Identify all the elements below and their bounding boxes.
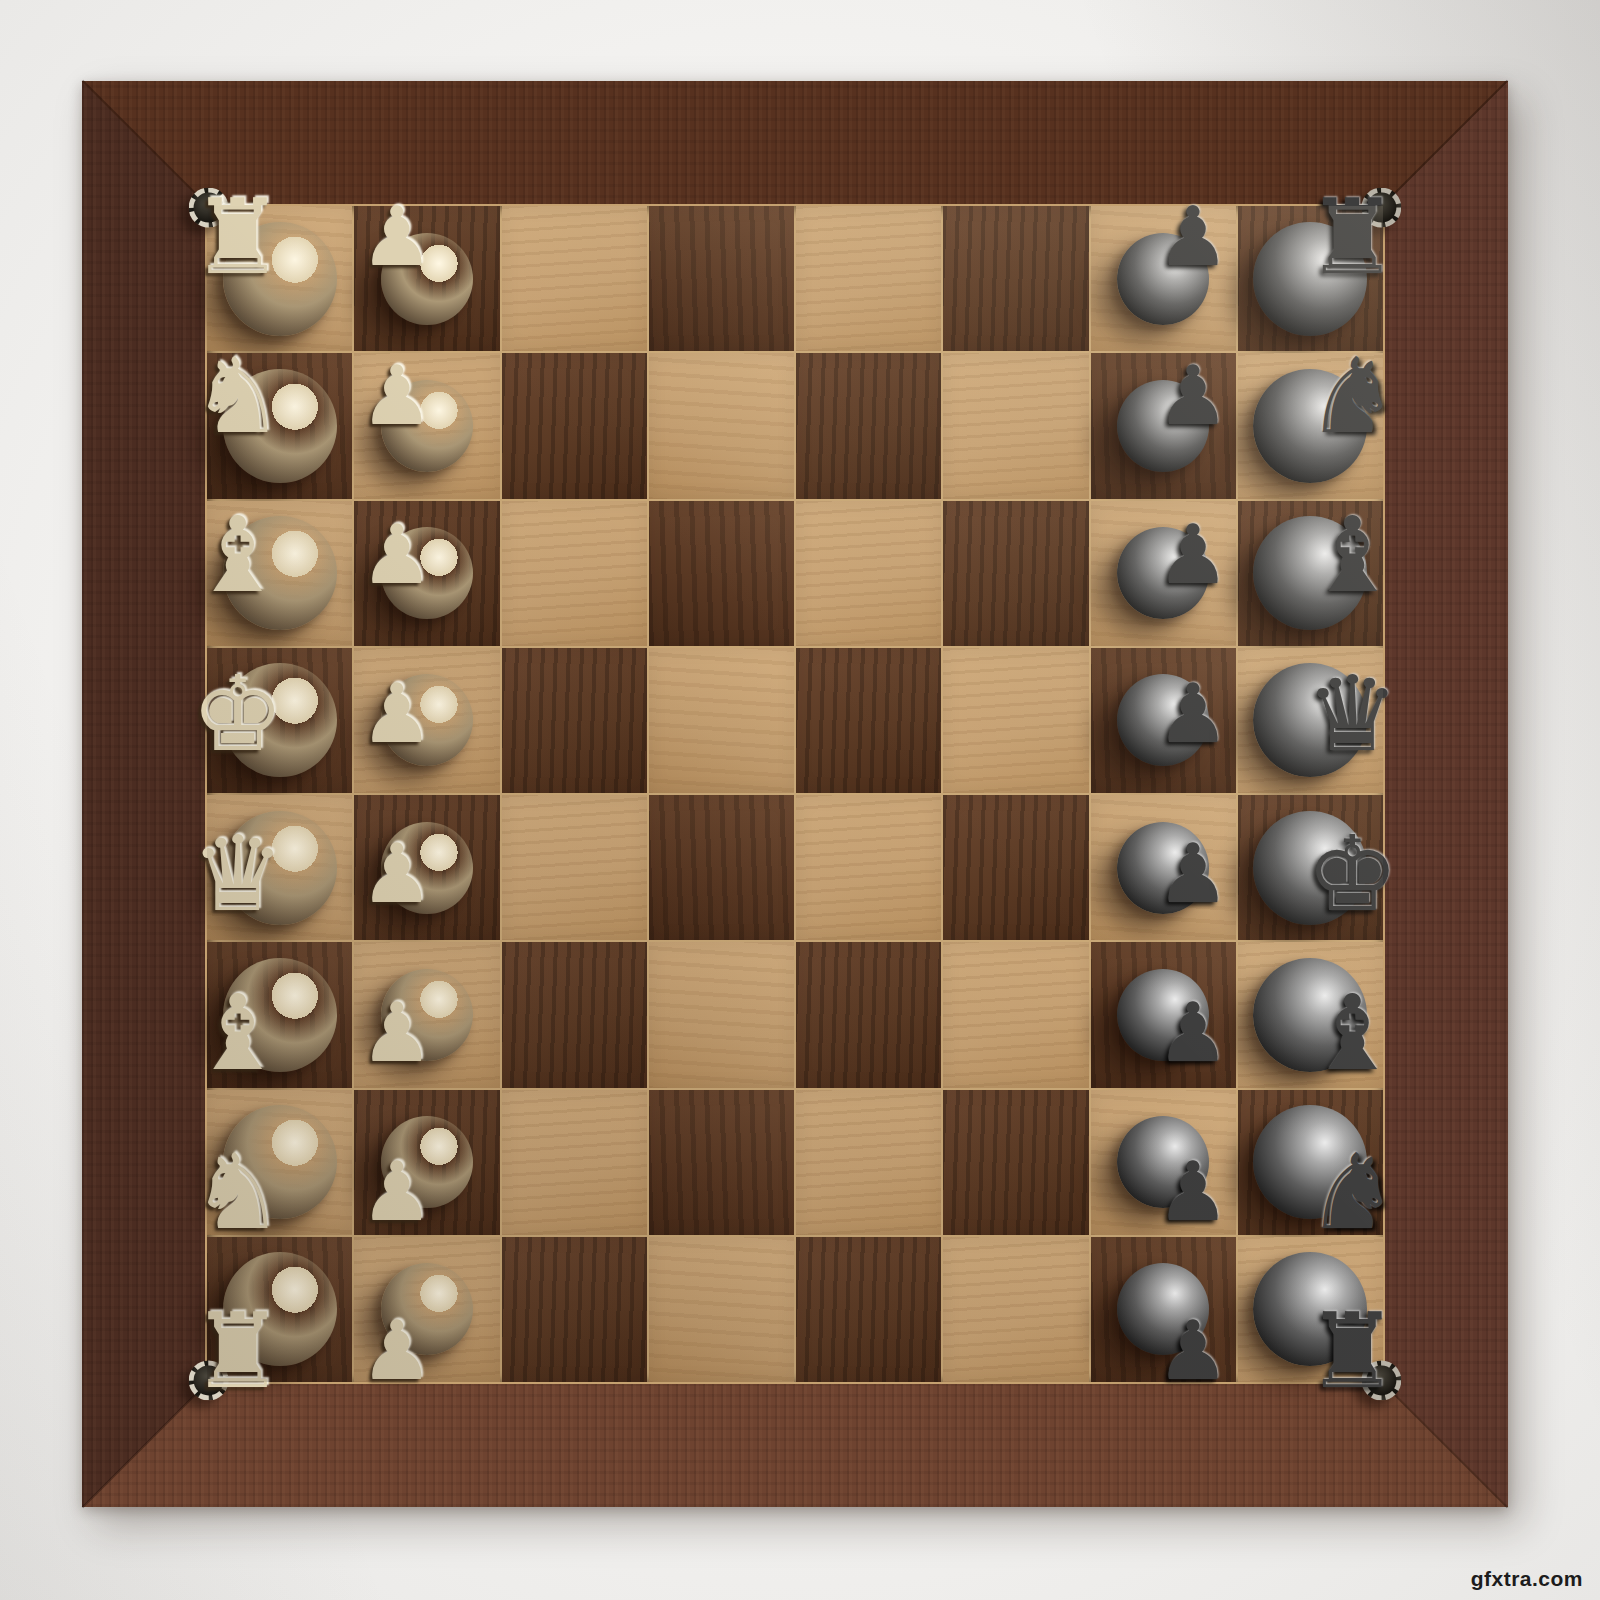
square-c6[interactable] <box>943 501 1088 646</box>
square-e7[interactable]: ♟ <box>1091 795 1236 940</box>
square-h7[interactable]: ♟ <box>1091 1237 1236 1382</box>
piece-white-bishop[interactable]: ♝ <box>207 501 352 646</box>
piece-black-bishop[interactable]: ♝ <box>1238 501 1383 646</box>
square-b2[interactable]: ♟ <box>354 353 499 498</box>
piece-black-king[interactable]: ♚ <box>1238 795 1383 940</box>
piece-glyph: ♟ <box>1156 1310 1230 1392</box>
square-b3[interactable] <box>502 353 647 498</box>
piece-glyph: ♟ <box>360 355 434 437</box>
piece-glyph: ♛ <box>1306 662 1399 766</box>
square-c8[interactable]: ♝ <box>1238 501 1383 646</box>
square-g6[interactable] <box>943 1090 1088 1235</box>
piece-glyph: ♝ <box>1306 981 1399 1085</box>
piece-white-pawn[interactable]: ♟ <box>354 1090 499 1235</box>
square-f6[interactable] <box>943 942 1088 1087</box>
piece-white-pawn[interactable]: ♟ <box>354 795 499 940</box>
piece-glyph: ♟ <box>1156 1151 1230 1233</box>
square-a7[interactable]: ♟ <box>1091 206 1236 351</box>
piece-black-knight[interactable]: ♞ <box>1238 1090 1383 1235</box>
square-e4[interactable] <box>649 795 794 940</box>
piece-glyph: ♞ <box>1306 344 1399 448</box>
square-g2[interactable]: ♟ <box>354 1090 499 1235</box>
piece-black-rook[interactable]: ♜ <box>1238 206 1383 351</box>
piece-glyph: ♞ <box>191 1140 284 1244</box>
chess-board: ♜♟♟♜♞♟♟♞♝♟♟♝♚♟♟♛♛♟♟♚♝♟♟♝♞♟♟♞♜♟♟♜ <box>82 81 1508 1507</box>
square-b8[interactable]: ♞ <box>1238 353 1383 498</box>
square-a3[interactable] <box>502 206 647 351</box>
square-g3[interactable] <box>502 1090 647 1235</box>
square-g1[interactable]: ♞ <box>207 1090 352 1235</box>
square-h8[interactable]: ♜ <box>1238 1237 1383 1382</box>
square-e8[interactable]: ♚ <box>1238 795 1383 940</box>
square-a8[interactable]: ♜ <box>1238 206 1383 351</box>
square-a4[interactable] <box>649 206 794 351</box>
piece-black-bishop[interactable]: ♝ <box>1238 942 1383 1087</box>
piece-black-pawn[interactable]: ♟ <box>1091 206 1236 351</box>
piece-glyph: ♛ <box>191 822 284 926</box>
square-c7[interactable]: ♟ <box>1091 501 1236 646</box>
piece-black-pawn[interactable]: ♟ <box>1091 1090 1236 1235</box>
piece-white-knight[interactable]: ♞ <box>207 353 352 498</box>
square-d5[interactable] <box>796 648 941 793</box>
piece-black-pawn[interactable]: ♟ <box>1091 942 1236 1087</box>
piece-white-king[interactable]: ♚ <box>207 648 352 793</box>
piece-glyph: ♞ <box>191 344 284 448</box>
piece-white-rook[interactable]: ♜ <box>207 206 352 351</box>
square-d2[interactable]: ♟ <box>354 648 499 793</box>
piece-black-pawn[interactable]: ♟ <box>1091 795 1236 940</box>
square-g7[interactable]: ♟ <box>1091 1090 1236 1235</box>
frame-mitre-bottom-right <box>1384 1384 1508 1508</box>
square-f8[interactable]: ♝ <box>1238 942 1383 1087</box>
piece-glyph: ♜ <box>1306 185 1399 289</box>
piece-glyph: ♝ <box>191 981 284 1085</box>
square-f2[interactable]: ♟ <box>354 942 499 1087</box>
piece-glyph: ♜ <box>1306 1299 1399 1403</box>
square-e2[interactable]: ♟ <box>354 795 499 940</box>
square-c1[interactable]: ♝ <box>207 501 352 646</box>
square-f4[interactable] <box>649 942 794 1087</box>
square-a6[interactable] <box>943 206 1088 351</box>
piece-glyph: ♟ <box>360 1310 434 1392</box>
piece-glyph: ♟ <box>360 833 434 915</box>
piece-glyph: ♜ <box>191 185 284 289</box>
piece-white-rook[interactable]: ♜ <box>207 1237 352 1382</box>
piece-black-pawn[interactable]: ♟ <box>1091 353 1236 498</box>
piece-white-pawn[interactable]: ♟ <box>354 1237 499 1382</box>
piece-white-pawn[interactable]: ♟ <box>354 353 499 498</box>
piece-glyph: ♟ <box>360 1151 434 1233</box>
piece-glyph: ♟ <box>360 673 434 755</box>
piece-black-pawn[interactable]: ♟ <box>1091 1237 1236 1382</box>
piece-glyph: ♟ <box>1156 514 1230 596</box>
square-h2[interactable]: ♟ <box>354 1237 499 1382</box>
square-e6[interactable] <box>943 795 1088 940</box>
piece-glyph: ♟ <box>360 196 434 278</box>
piece-black-rook[interactable]: ♜ <box>1238 1237 1383 1382</box>
square-b5[interactable] <box>796 353 941 498</box>
square-f7[interactable]: ♟ <box>1091 942 1236 1087</box>
piece-black-pawn[interactable]: ♟ <box>1091 501 1236 646</box>
watermark: gfxtra.com <box>1471 1567 1583 1591</box>
square-e1[interactable]: ♛ <box>207 795 352 940</box>
board-grid: ♜♟♟♜♞♟♟♞♝♟♟♝♚♟♟♛♛♟♟♚♝♟♟♝♞♟♟♞♜♟♟♜ <box>205 204 1385 1384</box>
piece-black-queen[interactable]: ♛ <box>1238 648 1383 793</box>
square-c4[interactable] <box>649 501 794 646</box>
frame-mitre-top-right <box>1384 80 1508 204</box>
square-f1[interactable]: ♝ <box>207 942 352 1087</box>
square-h4[interactable] <box>649 1237 794 1382</box>
square-d4[interactable] <box>649 648 794 793</box>
piece-glyph: ♝ <box>1306 503 1399 607</box>
piece-white-pawn[interactable]: ♟ <box>354 648 499 793</box>
piece-glyph: ♟ <box>1156 355 1230 437</box>
piece-white-bishop[interactable]: ♝ <box>207 942 352 1087</box>
square-h3[interactable] <box>502 1237 647 1382</box>
frame-mitre-top-left <box>82 80 206 204</box>
square-c2[interactable]: ♟ <box>354 501 499 646</box>
square-g4[interactable] <box>649 1090 794 1235</box>
piece-white-pawn[interactable]: ♟ <box>354 501 499 646</box>
square-f3[interactable] <box>502 942 647 1087</box>
square-a1[interactable]: ♜ <box>207 206 352 351</box>
square-h5[interactable] <box>796 1237 941 1382</box>
square-d6[interactable] <box>943 648 1088 793</box>
square-a5[interactable] <box>796 206 941 351</box>
frame-mitre-bottom-left <box>82 1384 206 1508</box>
square-d7[interactable]: ♟ <box>1091 648 1236 793</box>
piece-glyph: ♟ <box>1156 673 1230 755</box>
piece-black-pawn[interactable]: ♟ <box>1091 648 1236 793</box>
piece-white-knight[interactable]: ♞ <box>207 1090 352 1235</box>
square-d1[interactable]: ♚ <box>207 648 352 793</box>
square-b1[interactable]: ♞ <box>207 353 352 498</box>
piece-glyph: ♚ <box>191 662 284 766</box>
square-b7[interactable]: ♟ <box>1091 353 1236 498</box>
piece-glyph: ♜ <box>191 1299 284 1403</box>
square-c5[interactable] <box>796 501 941 646</box>
piece-glyph: ♟ <box>360 514 434 596</box>
square-h6[interactable] <box>943 1237 1088 1382</box>
piece-white-pawn[interactable]: ♟ <box>354 206 499 351</box>
square-f5[interactable] <box>796 942 941 1087</box>
square-d8[interactable]: ♛ <box>1238 648 1383 793</box>
piece-glyph: ♚ <box>1306 822 1399 926</box>
piece-glyph: ♝ <box>191 503 284 607</box>
piece-glyph: ♟ <box>1156 992 1230 1074</box>
piece-glyph: ♟ <box>1156 833 1230 915</box>
square-e5[interactable] <box>796 795 941 940</box>
square-a2[interactable]: ♟ <box>354 206 499 351</box>
square-g8[interactable]: ♞ <box>1238 1090 1383 1235</box>
piece-glyph: ♟ <box>360 992 434 1074</box>
square-g5[interactable] <box>796 1090 941 1235</box>
piece-white-queen[interactable]: ♛ <box>207 795 352 940</box>
piece-glyph: ♞ <box>1306 1140 1399 1244</box>
square-b4[interactable] <box>649 353 794 498</box>
square-b6[interactable] <box>943 353 1088 498</box>
square-h1[interactable]: ♜ <box>207 1237 352 1382</box>
square-e3[interactable] <box>502 795 647 940</box>
square-d3[interactable] <box>502 648 647 793</box>
scene-background: ♜♟♟♜♞♟♟♞♝♟♟♝♚♟♟♛♛♟♟♚♝♟♟♝♞♟♟♞♜♟♟♜ gfxtra.… <box>0 0 1600 1600</box>
square-c3[interactable] <box>502 501 647 646</box>
piece-black-knight[interactable]: ♞ <box>1238 353 1383 498</box>
piece-white-pawn[interactable]: ♟ <box>354 942 499 1087</box>
piece-glyph: ♟ <box>1156 196 1230 278</box>
